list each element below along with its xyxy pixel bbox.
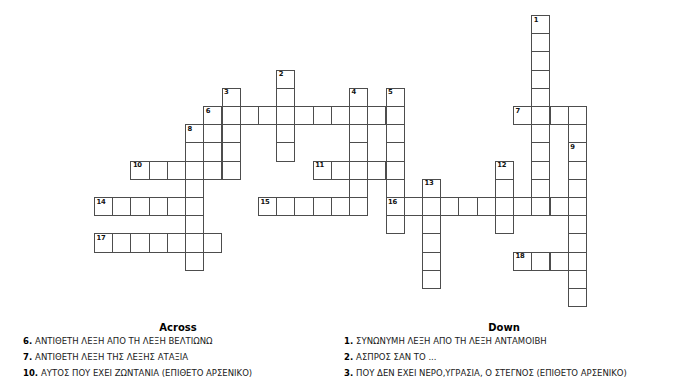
- grid-cell: [367, 161, 386, 180]
- grid-cell: [112, 233, 131, 252]
- grid-cell: [404, 197, 423, 216]
- grid-cell: [386, 179, 405, 198]
- grid-cell: [185, 179, 204, 198]
- cell-number: 2: [276, 70, 294, 88]
- grid-cell: [568, 124, 587, 143]
- grid-cell: [568, 252, 587, 271]
- grid-cell: [531, 33, 550, 52]
- clue-text: ΑΣΠΡΟΣ ΣΑΝ ΤΟ ...: [356, 352, 436, 362]
- grid-cell: [550, 252, 569, 271]
- grid-cell: [440, 197, 459, 216]
- grid-cell: [349, 197, 368, 216]
- grid-cell: [422, 197, 441, 216]
- cell-number: 10: [130, 161, 148, 179]
- grid-cell: [276, 124, 295, 143]
- across-clues-section: Across 6. ΑΝΤΙΘΕΤΗ ΛΕΞΗ ΑΠΟ ΤΗ ΛΕΞΗ ΒΕΛΤ…: [23, 322, 333, 381]
- grid-cell: [112, 197, 131, 216]
- grid-cell: [240, 106, 259, 125]
- down-header: Down: [344, 322, 664, 333]
- grid-cell: [222, 142, 241, 161]
- cell-number: 6: [203, 106, 221, 124]
- grid-cell: [313, 197, 332, 216]
- grid-cell: [531, 106, 550, 125]
- grid-cell: [422, 233, 441, 252]
- across-header: Across: [23, 322, 333, 333]
- grid-cell: [531, 179, 550, 198]
- grid-cell: [568, 197, 587, 216]
- grid-cell: [331, 197, 350, 216]
- clue-item: 1. ΣΥΝΩΝΥΜΗ ΛΕΞΗ ΑΠΟ ΤΗ ΛΕΞΗ ΑΝΤΑΜΟΙΒΗ: [344, 337, 664, 346]
- grid-cell: [386, 124, 405, 143]
- grid-cell: [203, 142, 222, 161]
- clue-item: 7. ΑΝΤΙΘΕΤΗ ΛΕΞΗ ΤΗΣ ΛΕΞΗΣ ΑΤΑΞΙΑ: [23, 353, 333, 362]
- grid-cell: [149, 197, 168, 216]
- grid-cell: [367, 106, 386, 125]
- clue-item: 6. ΑΝΤΙΘΕΤΗ ΛΕΞΗ ΑΠΟ ΤΗ ΛΕΞΗ ΒΕΛΤΙΩΝΩ: [23, 337, 333, 346]
- grid-cell: [222, 161, 241, 180]
- cell-number: 1: [531, 15, 549, 33]
- grid-cell: [331, 106, 350, 125]
- grid-cell: [203, 161, 222, 180]
- grid-cell: [258, 106, 277, 125]
- cell-number: 5: [386, 88, 404, 106]
- grid-cell: [531, 51, 550, 70]
- crossword-board: 123456789101112131415161718: [94, 15, 586, 308]
- grid-cell: [568, 270, 587, 289]
- grid-cell: [185, 197, 204, 216]
- grid-cell: [149, 161, 168, 180]
- grid-cell: [386, 142, 405, 161]
- grid-cell: [130, 233, 149, 252]
- down-clues-section: Down 1. ΣΥΝΩΝΥΜΗ ΛΕΞΗ ΑΠΟ ΤΗ ΛΕΞΗ ΑΝΤΑΜΟ…: [344, 322, 664, 381]
- grid-cell: [185, 252, 204, 271]
- crossword-page: { "game": "crossword", "language": "Gree…: [0, 0, 678, 381]
- grid-cell: [422, 270, 441, 289]
- grid-cell: [331, 161, 350, 180]
- grid-cell: [531, 197, 550, 216]
- clue-text: ΣΥΝΩΝΥΜΗ ΛΕΞΗ ΑΠΟ ΤΗ ΛΕΞΗ ΑΝΤΑΜΟΙΒΗ: [356, 336, 547, 346]
- clue-number-label: 6.: [23, 336, 35, 346]
- cell-number: 3: [222, 88, 240, 106]
- clue-number-label: 2.: [344, 352, 356, 362]
- down-clue-list: 1. ΣΥΝΩΝΥΜΗ ΛΕΞΗ ΑΠΟ ΤΗ ΛΕΞΗ ΑΝΤΑΜΟΙΒΗ2.…: [344, 337, 664, 378]
- cell-number: 7: [513, 106, 531, 124]
- grid-cell: [149, 233, 168, 252]
- clue-number-label: 10.: [23, 368, 41, 378]
- clue-number-label: 3.: [344, 368, 356, 378]
- clue-text: ΑΥΤΟΣ ΠΟΥ ΕΧΕΙ ΖΩΝΤΑΝΙΑ (ΕΠΙΘΕΤΟ ΑΡΣΕΝΙΚ…: [41, 368, 252, 378]
- grid-cell: [185, 161, 204, 180]
- grid-cell: [568, 179, 587, 198]
- grid-cell: [531, 88, 550, 107]
- grid-cell: [222, 106, 241, 125]
- grid-cell: [349, 142, 368, 161]
- cell-number: 15: [258, 197, 276, 215]
- grid-cell: [568, 106, 587, 125]
- grid-cell: [531, 161, 550, 180]
- cell-number: 13: [422, 179, 440, 197]
- grid-cell: [513, 197, 532, 216]
- clue-number-label: 7.: [23, 352, 35, 362]
- cell-number: 12: [495, 161, 513, 179]
- clue-item: 10. ΑΥΤΟΣ ΠΟΥ ΕΧΕΙ ΖΩΝΤΑΝΙΑ (ΕΠΙΘΕΤΟ ΑΡΣ…: [23, 369, 333, 378]
- grid-cell: [531, 70, 550, 89]
- clue-text: ΑΝΤΙΘΕΤΗ ΛΕΞΗ ΑΠΟ ΤΗ ΛΕΞΗ ΒΕΛΤΙΩΝΩ: [35, 336, 212, 346]
- clue-text: ΑΝΤΙΘΕΤΗ ΛΕΞΗ ΤΗΣ ΛΕΞΗΣ ΑΤΑΞΙΑ: [35, 352, 188, 362]
- grid-cell: [203, 233, 222, 252]
- grid-cell: [550, 197, 569, 216]
- grid-cell: [477, 197, 496, 216]
- grid-cell: [276, 88, 295, 107]
- clue-number-label: 1.: [344, 336, 356, 346]
- cell-number: 9: [568, 142, 586, 160]
- grid-cell: [276, 142, 295, 161]
- grid-cell: [495, 215, 514, 234]
- grid-cell: [130, 197, 149, 216]
- clue-item: 2. ΑΣΠΡΟΣ ΣΑΝ ΤΟ ...: [344, 353, 664, 362]
- across-clue-list: 6. ΑΝΤΙΘΕΤΗ ΛΕΞΗ ΑΠΟ ΤΗ ΛΕΞΗ ΒΕΛΤΙΩΝΩ7. …: [23, 337, 333, 378]
- grid-cell: [203, 124, 222, 143]
- grid-cell: [294, 106, 313, 125]
- cell-number: 4: [349, 88, 367, 106]
- grid-cell: [185, 215, 204, 234]
- grid-cell: [167, 233, 186, 252]
- grid-cell: [568, 215, 587, 234]
- grid-cell: [531, 142, 550, 161]
- grid-cell: [167, 161, 186, 180]
- grid-cell: [495, 197, 514, 216]
- grid-cell: [568, 233, 587, 252]
- grid-cell: [294, 197, 313, 216]
- grid-cell: [167, 197, 186, 216]
- grid-cell: [422, 215, 441, 234]
- grid-cell: [568, 161, 587, 180]
- clue-text: ΠΟΥ ΔΕΝ ΕΧΕΙ ΝΕΡΟ,ΥΓΡΑΣΙΑ, Ο ΣΤΕΓΝΟΣ (ΕΠ…: [356, 368, 627, 378]
- grid-cell: [386, 161, 405, 180]
- grid-cell: [422, 252, 441, 271]
- grid-cell: [276, 197, 295, 216]
- grid-cell: [550, 106, 569, 125]
- grid-cell: [531, 252, 550, 271]
- cell-number: 14: [94, 197, 112, 215]
- clue-item: 3. ΠΟΥ ΔΕΝ ΕΧΕΙ ΝΕΡΟ,ΥΓΡΑΣΙΑ, Ο ΣΤΕΓΝΟΣ …: [344, 369, 664, 378]
- cell-number: 11: [313, 161, 331, 179]
- grid-cell: [495, 179, 514, 198]
- cell-number: 16: [386, 197, 404, 215]
- grid-cell: [222, 124, 241, 143]
- cell-number: 18: [513, 252, 531, 270]
- cell-number: 17: [94, 233, 112, 251]
- grid-cell: [568, 288, 587, 307]
- cell-number: 8: [185, 124, 203, 142]
- grid-cell: [458, 197, 477, 216]
- grid-cell: [349, 124, 368, 143]
- grid-cell: [276, 106, 295, 125]
- grid-cell: [349, 106, 368, 125]
- grid-cell: [386, 106, 405, 125]
- grid-cell: [185, 233, 204, 252]
- grid-cell: [349, 179, 368, 198]
- grid-cell: [386, 215, 405, 234]
- grid-cell: [531, 124, 550, 143]
- grid-cell: [313, 106, 332, 125]
- grid-cell: [349, 161, 368, 180]
- grid-cell: [185, 142, 204, 161]
